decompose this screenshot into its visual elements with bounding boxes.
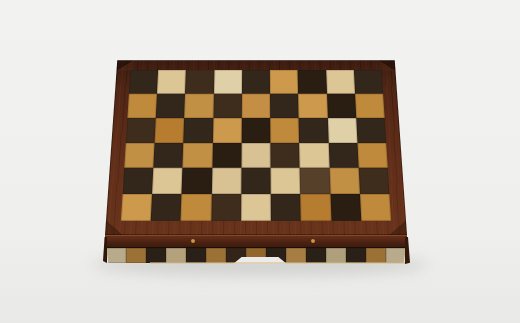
board-square-r3c1 (126, 118, 156, 143)
board-square-r3c7 (299, 118, 328, 143)
board-square-r2c2 (156, 94, 185, 118)
board-square-r2c5 (242, 94, 271, 118)
box-right-edge (405, 237, 410, 264)
board-square-r1c2 (157, 70, 186, 94)
board-square-r1c8 (326, 70, 355, 94)
board-square-r2c6 (270, 94, 299, 118)
board-square-r6c9 (360, 194, 391, 221)
board-square-r4c8 (328, 143, 358, 168)
inlay-pin (191, 239, 195, 243)
frame-miter-bottom-left (105, 221, 123, 235)
board-square-r5c4 (212, 168, 242, 194)
lid-front-edge (105, 235, 407, 248)
board-square-r6c8 (330, 194, 361, 221)
board-square-r3c5 (242, 118, 271, 143)
board-square-r5c7 (300, 168, 330, 194)
board-square-r1c7 (298, 70, 327, 94)
board-square-r5c9 (358, 168, 389, 194)
board-square-r6c1 (121, 194, 152, 221)
board-square-r2c7 (298, 94, 327, 118)
board-square-r3c3 (184, 118, 213, 143)
board-square-r3c8 (327, 118, 357, 143)
board-square-r4c1 (124, 143, 155, 168)
front-band-cell (366, 248, 386, 263)
board-square-r4c2 (154, 143, 184, 168)
board-square-r5c6 (271, 168, 301, 194)
board-square-r6c6 (271, 194, 301, 221)
front-band-cell (206, 248, 226, 263)
board-square-r6c3 (181, 194, 212, 221)
board-frame (105, 60, 407, 235)
board-square-r2c8 (327, 94, 356, 118)
board-square-r4c6 (270, 143, 299, 168)
board-square-r1c3 (185, 70, 214, 94)
board-square-r3c2 (155, 118, 185, 143)
front-band-cell (286, 248, 306, 263)
board-square-r4c5 (241, 143, 270, 168)
inlay-pin (311, 239, 315, 243)
board-square-r2c4 (213, 94, 242, 118)
front-band-cell (106, 248, 126, 263)
board-square-r1c5 (242, 70, 270, 94)
board-square-r1c1 (129, 70, 158, 94)
box-lid-surface (105, 60, 407, 235)
front-band-cell (306, 248, 326, 263)
frame-miter-bottom-right (389, 221, 407, 235)
front-band-cell (146, 248, 166, 263)
front-band-cell (166, 248, 186, 263)
board-square-r5c1 (123, 168, 154, 194)
board-square-r6c5 (241, 194, 271, 221)
checkerboard-grid (121, 70, 391, 221)
board-square-r5c5 (241, 168, 271, 194)
board-square-r1c6 (270, 70, 298, 94)
box-top (105, 35, 407, 235)
front-band-cell (346, 248, 366, 263)
board-square-r4c7 (299, 143, 329, 168)
board-square-r4c3 (183, 143, 213, 168)
board-square-r3c9 (356, 118, 386, 143)
board-square-r3c6 (270, 118, 299, 143)
board-square-r1c4 (214, 70, 242, 94)
board-square-r2c1 (127, 94, 157, 118)
board-square-r5c3 (182, 168, 212, 194)
board-square-r6c7 (300, 194, 331, 221)
board-square-r4c4 (212, 143, 241, 168)
board-square-r6c2 (151, 194, 182, 221)
board-square-r3c4 (213, 118, 242, 143)
front-band-cell (186, 248, 206, 263)
front-band-cell (126, 248, 146, 263)
box-left-edge (103, 237, 107, 263)
bottom-edge-highlight (150, 262, 406, 264)
board-square-r6c4 (211, 194, 241, 221)
front-band-cell (386, 248, 406, 263)
board-square-r5c8 (329, 168, 360, 194)
board-square-r1c9 (354, 70, 383, 94)
board-square-r2c3 (185, 94, 214, 118)
front-band-cell (326, 248, 346, 263)
board-square-r4c9 (357, 143, 388, 168)
board-square-r5c2 (152, 168, 183, 194)
board-square-r2c9 (355, 94, 385, 118)
product-photo-scene (0, 0, 520, 323)
